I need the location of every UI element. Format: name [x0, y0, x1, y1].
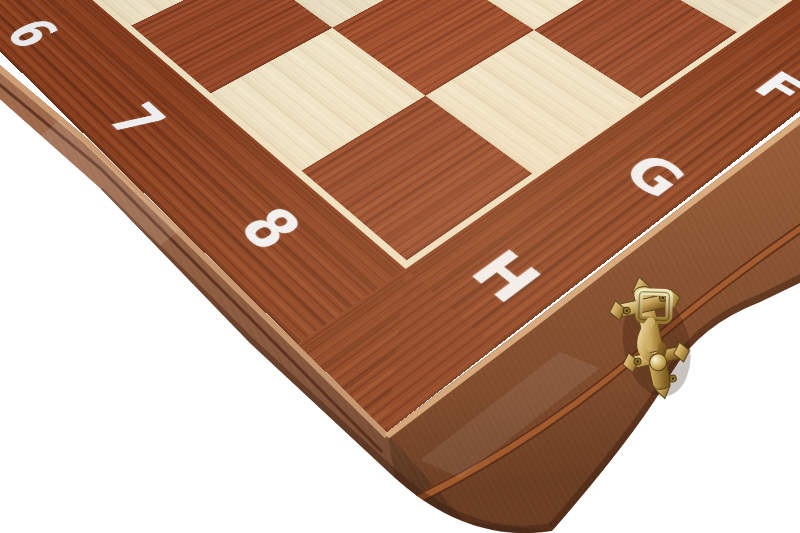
chess-board: HGF876: [0, 0, 800, 432]
product-photo-stage: HGF876: [0, 0, 800, 533]
board-scene: HGF876: [0, 0, 800, 533]
